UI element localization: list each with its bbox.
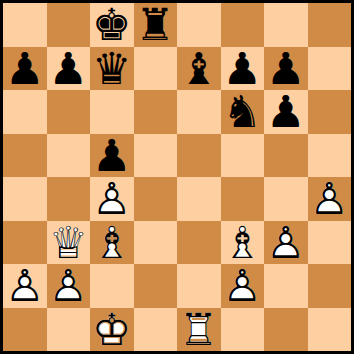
white-piece-fill: ♟ — [90, 177, 134, 221]
black-bishop: ♝ — [177, 47, 221, 91]
square-g6[interactable]: ♟ — [264, 90, 308, 134]
square-b7[interactable]: ♟ — [47, 47, 91, 91]
white-piece-fill: ♜ — [177, 308, 221, 352]
square-g3[interactable]: ♟♙ — [264, 221, 308, 265]
square-f3[interactable]: ♝♗ — [221, 221, 265, 265]
square-g1[interactable] — [264, 308, 308, 352]
square-b8[interactable] — [47, 3, 91, 47]
square-d6[interactable] — [134, 90, 178, 134]
white-piece-outline: ♗ — [90, 221, 134, 265]
black-piece-glyph: ♟ — [47, 47, 91, 91]
white-piece-fill: ♚ — [90, 308, 134, 352]
square-g8[interactable] — [264, 3, 308, 47]
square-a7[interactable]: ♟ — [3, 47, 47, 91]
black-pawn: ♟ — [264, 90, 308, 134]
black-pawn: ♟ — [221, 47, 265, 91]
square-e8[interactable] — [177, 3, 221, 47]
white-queen: ♛♕ — [47, 221, 91, 265]
white-piece-fill: ♟ — [264, 221, 308, 265]
white-piece-fill: ♝ — [90, 221, 134, 265]
black-piece-glyph: ♚ — [90, 3, 134, 47]
black-piece-glyph: ♛ — [90, 47, 134, 91]
square-f2[interactable]: ♟♙ — [221, 264, 265, 308]
white-pawn: ♟♙ — [90, 177, 134, 221]
square-g5[interactable] — [264, 134, 308, 178]
square-b4[interactable] — [47, 177, 91, 221]
square-c7[interactable]: ♛ — [90, 47, 134, 91]
chess-board-frame: ♚♜♟♟♛♝♟♟♞♟♟♟♙♟♙♛♕♝♗♝♗♟♙♟♙♟♙♟♙♚♔♜♖ — [0, 0, 354, 354]
white-rook: ♜♖ — [177, 308, 221, 352]
white-piece-outline: ♖ — [177, 308, 221, 352]
square-a2[interactable]: ♟♙ — [3, 264, 47, 308]
square-h5[interactable] — [308, 134, 352, 178]
square-f4[interactable] — [221, 177, 265, 221]
black-pawn: ♟ — [264, 47, 308, 91]
black-piece-glyph: ♞ — [221, 90, 265, 134]
white-bishop: ♝♗ — [90, 221, 134, 265]
square-d1[interactable] — [134, 308, 178, 352]
black-piece-glyph: ♟ — [221, 47, 265, 91]
white-piece-outline: ♗ — [221, 221, 265, 265]
black-knight: ♞ — [221, 90, 265, 134]
black-piece-glyph: ♟ — [264, 47, 308, 91]
square-c8[interactable]: ♚ — [90, 3, 134, 47]
white-pawn: ♟♙ — [221, 264, 265, 308]
square-f1[interactable] — [221, 308, 265, 352]
square-d7[interactable] — [134, 47, 178, 91]
square-e2[interactable] — [177, 264, 221, 308]
square-e7[interactable]: ♝ — [177, 47, 221, 91]
black-piece-glyph: ♜ — [134, 3, 178, 47]
square-h4[interactable]: ♟♙ — [308, 177, 352, 221]
square-c2[interactable] — [90, 264, 134, 308]
square-e1[interactable]: ♜♖ — [177, 308, 221, 352]
square-f5[interactable] — [221, 134, 265, 178]
white-pawn: ♟♙ — [308, 177, 352, 221]
white-piece-outline: ♙ — [221, 264, 265, 308]
square-a1[interactable] — [3, 308, 47, 352]
square-g2[interactable] — [264, 264, 308, 308]
square-e5[interactable] — [177, 134, 221, 178]
square-g7[interactable]: ♟ — [264, 47, 308, 91]
square-h6[interactable] — [308, 90, 352, 134]
square-e3[interactable] — [177, 221, 221, 265]
black-piece-glyph: ♟ — [3, 47, 47, 91]
square-a3[interactable] — [3, 221, 47, 265]
black-piece-glyph: ♝ — [177, 47, 221, 91]
square-a5[interactable] — [3, 134, 47, 178]
square-g4[interactable] — [264, 177, 308, 221]
square-b2[interactable]: ♟♙ — [47, 264, 91, 308]
black-king: ♚ — [90, 3, 134, 47]
square-h1[interactable] — [308, 308, 352, 352]
black-pawn: ♟ — [90, 134, 134, 178]
white-pawn: ♟♙ — [3, 264, 47, 308]
square-b1[interactable] — [47, 308, 91, 352]
white-king: ♚♔ — [90, 308, 134, 352]
chess-board: ♚♜♟♟♛♝♟♟♞♟♟♟♙♟♙♛♕♝♗♝♗♟♙♟♙♟♙♟♙♚♔♜♖ — [3, 3, 351, 351]
square-h2[interactable] — [308, 264, 352, 308]
square-e6[interactable] — [177, 90, 221, 134]
square-c5[interactable]: ♟ — [90, 134, 134, 178]
square-h3[interactable] — [308, 221, 352, 265]
white-piece-fill: ♟ — [47, 264, 91, 308]
square-d3[interactable] — [134, 221, 178, 265]
white-pawn: ♟♙ — [264, 221, 308, 265]
square-b3[interactable]: ♛♕ — [47, 221, 91, 265]
black-rook: ♜ — [134, 3, 178, 47]
white-bishop: ♝♗ — [221, 221, 265, 265]
square-c6[interactable] — [90, 90, 134, 134]
square-a4[interactable] — [3, 177, 47, 221]
square-c1[interactable]: ♚♔ — [90, 308, 134, 352]
square-d5[interactable] — [134, 134, 178, 178]
square-a6[interactable] — [3, 90, 47, 134]
black-pawn: ♟ — [47, 47, 91, 91]
square-f6[interactable]: ♞ — [221, 90, 265, 134]
black-piece-glyph: ♟ — [264, 90, 308, 134]
square-b5[interactable] — [47, 134, 91, 178]
white-piece-outline: ♙ — [3, 264, 47, 308]
white-piece-fill: ♟ — [3, 264, 47, 308]
square-c3[interactable]: ♝♗ — [90, 221, 134, 265]
black-piece-glyph: ♟ — [90, 134, 134, 178]
square-b6[interactable] — [47, 90, 91, 134]
black-pawn: ♟ — [3, 47, 47, 91]
square-d2[interactable] — [134, 264, 178, 308]
white-piece-fill: ♝ — [221, 221, 265, 265]
white-piece-outline: ♔ — [90, 308, 134, 352]
square-h8[interactable] — [308, 3, 352, 47]
white-piece-fill: ♟ — [308, 177, 352, 221]
square-f8[interactable] — [221, 3, 265, 47]
square-f7[interactable]: ♟ — [221, 47, 265, 91]
white-piece-outline: ♙ — [47, 264, 91, 308]
square-d4[interactable] — [134, 177, 178, 221]
white-piece-fill: ♟ — [221, 264, 265, 308]
white-piece-outline: ♙ — [308, 177, 352, 221]
square-h7[interactable] — [308, 47, 352, 91]
square-d8[interactable]: ♜ — [134, 3, 178, 47]
white-piece-fill: ♛ — [47, 221, 91, 265]
white-piece-outline: ♙ — [90, 177, 134, 221]
white-pawn: ♟♙ — [47, 264, 91, 308]
square-e4[interactable] — [177, 177, 221, 221]
square-a8[interactable] — [3, 3, 47, 47]
square-c4[interactable]: ♟♙ — [90, 177, 134, 221]
white-piece-outline: ♕ — [47, 221, 91, 265]
black-queen: ♛ — [90, 47, 134, 91]
white-piece-outline: ♙ — [264, 221, 308, 265]
